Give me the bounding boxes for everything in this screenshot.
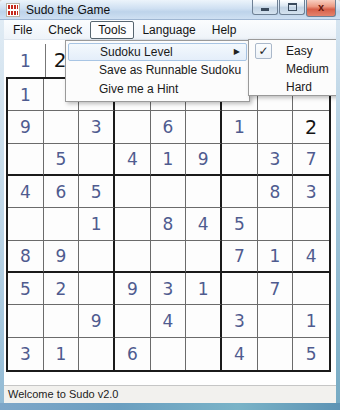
cell-digit: 1 <box>270 246 281 266</box>
sudoku-cell-r1c1[interactable]: 1 <box>8 79 44 111</box>
cell-digit: 9 <box>198 149 209 169</box>
sudoku-cell-r3c3[interactable] <box>79 144 115 176</box>
sudoku-cell-r8c9[interactable]: 1 <box>293 305 329 337</box>
sudoku-cell-r6c7[interactable]: 7 <box>222 241 258 273</box>
sudoku-cell-r4c3[interactable]: 5 <box>79 176 115 208</box>
menu-bar: File Check Tools Language Help <box>0 20 340 40</box>
cell-digit: 3 <box>20 344 31 364</box>
sudoku-cell-r2c1[interactable]: 9 <box>8 111 44 143</box>
sudoku-cell-r8c5[interactable]: 4 <box>151 305 187 337</box>
menu-language[interactable]: Language <box>134 21 203 39</box>
sudoku-cell-r7c7[interactable] <box>222 273 258 305</box>
cell-digit: 4 <box>127 149 138 169</box>
sudoku-cell-r5c9[interactable] <box>293 208 329 240</box>
cell-digit: 2 <box>56 279 67 299</box>
sudoku-cell-r6c1[interactable]: 8 <box>8 241 44 273</box>
cell-digit: 1 <box>234 117 245 137</box>
status-bar: Welcome to Sudo v2.0 <box>4 386 336 403</box>
cell-digit: 3 <box>163 279 174 299</box>
sudoku-cell-r2c5[interactable]: 6 <box>151 111 187 143</box>
cell-digit: 9 <box>127 279 138 299</box>
sudoku-cell-r8c4[interactable] <box>115 305 151 337</box>
sudoku-cell-r2c7[interactable]: 1 <box>222 111 258 143</box>
sudoku-cell-r4c5[interactable] <box>151 176 187 208</box>
sudoku-cell-r7c1[interactable]: 5 <box>8 273 44 305</box>
menu-item-sudoku-level[interactable]: Sudoku Level ▶ <box>68 43 247 61</box>
close-icon: x <box>307 0 335 16</box>
sudoku-cell-r9c7[interactable]: 4 <box>222 338 258 370</box>
sudoku-cell-r4c2[interactable]: 6 <box>44 176 80 208</box>
app-logo-icon <box>6 3 20 17</box>
cell-digit: 5 <box>306 344 317 364</box>
cell-digit: 4 <box>234 344 245 364</box>
cell-digit: 1 <box>91 214 102 234</box>
window-title: Sudo the Game <box>26 0 110 20</box>
submenu-item-hard[interactable]: Hard <box>249 78 339 96</box>
cell-digit: 9 <box>56 246 67 266</box>
sudoku-cell-r2c3[interactable]: 3 <box>79 111 115 143</box>
sudoku-cell-r5c5[interactable]: 8 <box>151 208 187 240</box>
sudoku-cell-r7c6[interactable]: 1 <box>186 273 222 305</box>
cell-digit: 4 <box>20 182 31 202</box>
sudoku-cell-r3c1[interactable] <box>8 144 44 176</box>
window-border-left <box>0 20 4 403</box>
sudoku-cell-r3c6[interactable]: 9 <box>186 144 222 176</box>
menu-item-save-runnable[interactable]: Save as Runnable Sudoku <box>66 61 249 80</box>
sudoku-cell-r6c9[interactable]: 4 <box>293 241 329 273</box>
cell-digit: 3 <box>306 182 317 202</box>
maximize-button[interactable] <box>279 0 305 15</box>
minimize-icon <box>261 8 269 11</box>
cell-digit: 6 <box>127 344 138 364</box>
submenu-arrow-icon: ▶ <box>234 44 240 60</box>
cell-digit: 5 <box>234 214 245 234</box>
sudoku-cell-r6c3[interactable] <box>79 241 115 273</box>
titlebar[interactable]: Sudo the Game x <box>0 0 340 20</box>
cell-digit: 4 <box>163 311 174 331</box>
menu-item-hint[interactable]: Give me a Hint <box>66 80 249 99</box>
sudoku-cell-r5c1[interactable] <box>8 208 44 240</box>
sudoku-cell-r2c9[interactable]: 2 <box>293 111 329 143</box>
sudoku-cell-r5c7[interactable]: 5 <box>222 208 258 240</box>
menu-tools[interactable]: Tools <box>90 21 134 39</box>
sudoku-cell-r9c2[interactable]: 1 <box>44 338 80 370</box>
cell-digit: 5 <box>20 279 31 299</box>
sudoku-cell-r4c9[interactable]: 3 <box>293 176 329 208</box>
maximize-icon <box>288 3 297 11</box>
sudoku-cell-r9c5[interactable] <box>151 338 187 370</box>
sudoku-cell-r8c7[interactable]: 3 <box>222 305 258 337</box>
sudoku-cell-r9c3[interactable] <box>79 338 115 370</box>
sudoku-cell-r7c2[interactable]: 2 <box>44 273 80 305</box>
sudoku-cell-r7c9[interactable] <box>293 273 329 305</box>
partial-row-cell-1: 1 <box>6 44 46 77</box>
sudoku-cell-r3c5[interactable]: 1 <box>151 144 187 176</box>
sudoku-cell-r7c4[interactable]: 9 <box>115 273 151 305</box>
sudoku-cell-r6c6[interactable] <box>186 241 222 273</box>
cell-digit: 8 <box>20 246 31 266</box>
cell-digit: 2 <box>305 116 317 138</box>
window-border-bottom <box>0 403 340 410</box>
sudoku-cell-r9c8[interactable] <box>258 338 294 370</box>
sudoku-cell-r8c2[interactable] <box>44 305 80 337</box>
sudoku-cell-r9c1[interactable]: 3 <box>8 338 44 370</box>
sudoku-cell-r8c1[interactable] <box>8 305 44 337</box>
cell-digit: 6 <box>56 182 67 202</box>
cell-digit: 9 <box>91 311 102 331</box>
cell-digit: 1 <box>163 149 174 169</box>
menu-check[interactable]: Check <box>40 21 90 39</box>
sudoku-cell-r8c6[interactable] <box>186 305 222 337</box>
cell-digit: 7 <box>234 246 245 266</box>
sudoku-cell-r5c8[interactable] <box>258 208 294 240</box>
sudoku-cell-r5c4[interactable] <box>115 208 151 240</box>
sudoku-cell-r5c3[interactable]: 1 <box>79 208 115 240</box>
sudoku-cell-r9c6[interactable] <box>186 338 222 370</box>
cell-digit: 1 <box>20 85 31 105</box>
cell-digit: 9 <box>20 117 31 137</box>
sudoku-cell-r2c4[interactable] <box>115 111 151 143</box>
sudoku-cell-r6c2[interactable]: 9 <box>44 241 80 273</box>
sudoku-cell-r3c2[interactable]: 5 <box>44 144 80 176</box>
sudoku-cell-r3c4[interactable]: 4 <box>115 144 151 176</box>
menu-file[interactable]: File <box>5 21 40 39</box>
sudoku-cell-r7c5[interactable]: 3 <box>151 273 187 305</box>
level-submenu: ✓ Easy Medium Hard <box>248 39 340 96</box>
sudoku-cell-r6c4[interactable] <box>115 241 151 273</box>
cell-digit: 1 <box>56 344 67 364</box>
cell-digit: 8 <box>270 182 281 202</box>
sudoku-grid: 1936125419374658318458971452931794313164… <box>6 77 331 372</box>
sudoku-cell-r5c2[interactable] <box>44 208 80 240</box>
cell-digit: 8 <box>163 214 174 234</box>
cell-digit: 3 <box>91 117 102 137</box>
minimize-button[interactable] <box>252 0 278 15</box>
sudoku-cell-r4c8[interactable]: 8 <box>258 176 294 208</box>
cell-digit: 3 <box>270 149 281 169</box>
sudoku-cell-r3c9[interactable]: 7 <box>293 144 329 176</box>
checkmark-icon: ✓ <box>255 43 272 59</box>
submenu-item-easy[interactable]: ✓ Easy <box>249 42 339 60</box>
menu-item-label: Sudoku Level <box>100 45 173 59</box>
sudoku-cell-r2c6[interactable] <box>186 111 222 143</box>
cell-digit: 1 <box>306 311 317 331</box>
cell-digit: 5 <box>56 149 67 169</box>
cell-digit: 3 <box>234 311 245 331</box>
sudoku-cell-r2c8[interactable] <box>258 111 294 143</box>
sudoku-cell-r4c1[interactable]: 4 <box>8 176 44 208</box>
sudoku-cell-r8c3[interactable]: 9 <box>79 305 115 337</box>
sudoku-cell-r2c2[interactable] <box>44 111 80 143</box>
submenu-item-medium[interactable]: Medium <box>249 60 339 78</box>
sudoku-cell-r3c7[interactable] <box>222 144 258 176</box>
cell-digit: 7 <box>270 279 281 299</box>
sudoku-cell-r6c8[interactable]: 1 <box>258 241 294 273</box>
cell-digit: 4 <box>198 214 209 234</box>
window-border-right <box>336 20 340 403</box>
sudoku-cell-r9c4[interactable]: 6 <box>115 338 151 370</box>
sudoku-cell-r7c8[interactable]: 7 <box>258 273 294 305</box>
sudoku-cell-r9c9[interactable]: 5 <box>293 338 329 370</box>
sudoku-cell-r7c3[interactable] <box>79 273 115 305</box>
tools-dropdown-menu: Sudoku Level ▶ Save as Runnable Sudoku G… <box>65 40 250 102</box>
cell-digit: 5 <box>91 182 102 202</box>
sudoku-cell-r6c5[interactable] <box>151 241 187 273</box>
cell-digit: 4 <box>306 246 317 266</box>
sudoku-cell-r8c8[interactable] <box>258 305 294 337</box>
cell-digit: 6 <box>163 117 174 137</box>
sudoku-cell-r4c4[interactable] <box>115 176 151 208</box>
sudoku-cell-r3c8[interactable]: 3 <box>258 144 294 176</box>
sudoku-cell-r4c6[interactable] <box>186 176 222 208</box>
close-button[interactable]: x <box>306 0 336 17</box>
sudoku-cell-r5c6[interactable]: 4 <box>186 208 222 240</box>
menu-help[interactable]: Help <box>204 21 245 39</box>
submenu-item-label: Easy <box>286 44 313 58</box>
app-window: 1 2 193612541937465831845897145293179431… <box>0 0 340 410</box>
sudoku-cell-r4c7[interactable] <box>222 176 258 208</box>
cell-digit: 7 <box>306 149 317 169</box>
cell-digit: 1 <box>198 279 209 299</box>
